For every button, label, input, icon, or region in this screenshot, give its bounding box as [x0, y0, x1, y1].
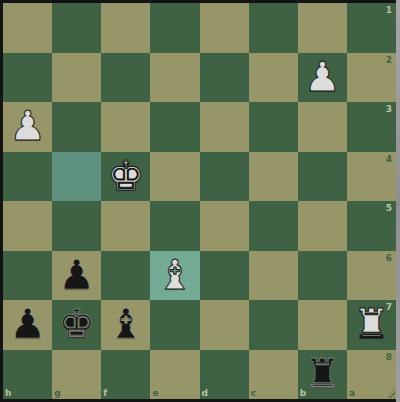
square-e6-last-move-to[interactable]: ♝ — [150, 251, 199, 301]
rank-label-1: 1 — [386, 5, 392, 15]
square-c5[interactable] — [249, 201, 298, 251]
square-b3[interactable] — [298, 102, 347, 152]
file-label-f: f — [103, 388, 107, 398]
square-e1[interactable] — [150, 3, 199, 53]
rank-label-3: 3 — [386, 104, 392, 114]
black-pawn-g6[interactable]: ♟ — [52, 251, 101, 301]
square-g5[interactable] — [52, 201, 101, 251]
white-king-f4[interactable]: ♚ — [101, 152, 150, 202]
square-c7[interactable] — [249, 300, 298, 350]
square-h7[interactable]: ♟ — [3, 300, 52, 350]
rank-label-5: 5 — [386, 203, 392, 213]
square-b4[interactable] — [298, 152, 347, 202]
square-f8[interactable]: f — [101, 350, 150, 400]
square-h4[interactable] — [3, 152, 52, 202]
square-g4-last-move-from[interactable] — [52, 152, 101, 202]
square-d3[interactable] — [200, 102, 249, 152]
white-pawn-b2[interactable]: ♟ — [298, 53, 347, 103]
square-h3[interactable]: ♟ — [3, 102, 52, 152]
square-a3[interactable]: 3 — [347, 102, 396, 152]
square-a2[interactable]: 2 — [347, 53, 396, 103]
square-d4[interactable] — [200, 152, 249, 202]
square-g7[interactable]: ♚ — [52, 300, 101, 350]
square-e4[interactable] — [150, 152, 199, 202]
window-right-edge — [396, 0, 400, 402]
chess-board: 1♟2♟3♚45♟♝6♟♚♝7♜hgfedcb♜8a — [3, 3, 396, 399]
square-d2[interactable] — [200, 53, 249, 103]
square-b2[interactable]: ♟ — [298, 53, 347, 103]
file-label-d: d — [202, 388, 208, 398]
square-a8[interactable]: 8a — [347, 350, 396, 400]
square-c4[interactable] — [249, 152, 298, 202]
square-g2[interactable] — [52, 53, 101, 103]
square-f7[interactable]: ♝ — [101, 300, 150, 350]
square-f1[interactable] — [101, 3, 150, 53]
square-e5[interactable] — [150, 201, 199, 251]
square-d6[interactable] — [200, 251, 249, 301]
square-c3[interactable] — [249, 102, 298, 152]
square-e7[interactable] — [150, 300, 199, 350]
square-b7[interactable] — [298, 300, 347, 350]
square-d7[interactable] — [200, 300, 249, 350]
square-b6[interactable] — [298, 251, 347, 301]
square-b5[interactable] — [298, 201, 347, 251]
square-a4[interactable]: 4 — [347, 152, 396, 202]
white-pawn-h3[interactable]: ♟ — [3, 102, 52, 152]
square-e2[interactable] — [150, 53, 199, 103]
square-e8[interactable]: e — [150, 350, 199, 400]
square-h6[interactable] — [3, 251, 52, 301]
square-c2[interactable] — [249, 53, 298, 103]
square-c6[interactable] — [249, 251, 298, 301]
square-h8[interactable]: h — [3, 350, 52, 400]
file-label-e: e — [152, 388, 158, 398]
file-label-g: g — [54, 388, 60, 398]
square-e3[interactable] — [150, 102, 199, 152]
square-a1[interactable]: 1 — [347, 3, 396, 53]
square-h2[interactable] — [3, 53, 52, 103]
rank-label-6: 6 — [386, 253, 392, 263]
file-label-c: c — [251, 388, 256, 398]
white-rook-a7[interactable]: ♜ — [347, 300, 396, 350]
square-a6[interactable]: 6 — [347, 251, 396, 301]
square-f5[interactable] — [101, 201, 150, 251]
chess-board-frame: 1♟2♟3♚45♟♝6♟♚♝7♜hgfedcb♜8a — [3, 3, 396, 399]
black-rook-b8[interactable]: ♜ — [298, 350, 347, 400]
square-f2[interactable] — [101, 53, 150, 103]
file-label-a: a — [349, 388, 355, 398]
rank-label-2: 2 — [386, 55, 392, 65]
square-a5[interactable]: 5 — [347, 201, 396, 251]
square-b1[interactable] — [298, 3, 347, 53]
square-g6[interactable]: ♟ — [52, 251, 101, 301]
square-h1[interactable] — [3, 3, 52, 53]
square-d8[interactable]: d — [200, 350, 249, 400]
square-h5[interactable] — [3, 201, 52, 251]
black-bishop-f7[interactable]: ♝ — [101, 300, 150, 350]
white-bishop-e6[interactable]: ♝ — [150, 251, 199, 301]
board-resize-handle[interactable] — [386, 389, 395, 398]
black-king-g7[interactable]: ♚ — [52, 300, 101, 350]
square-f4[interactable]: ♚ — [101, 152, 150, 202]
square-f6[interactable] — [101, 251, 150, 301]
file-label-h: h — [5, 388, 11, 398]
square-d1[interactable] — [200, 3, 249, 53]
square-f3[interactable] — [101, 102, 150, 152]
square-g8[interactable]: g — [52, 350, 101, 400]
square-g1[interactable] — [52, 3, 101, 53]
rank-label-8: 8 — [386, 352, 392, 362]
square-g3[interactable] — [52, 102, 101, 152]
square-b8[interactable]: b♜ — [298, 350, 347, 400]
square-c1[interactable] — [249, 3, 298, 53]
square-d5[interactable] — [200, 201, 249, 251]
rank-label-4: 4 — [386, 154, 392, 164]
square-a7[interactable]: 7♜ — [347, 300, 396, 350]
square-c8[interactable]: c — [249, 350, 298, 400]
black-pawn-h7[interactable]: ♟ — [3, 300, 52, 350]
